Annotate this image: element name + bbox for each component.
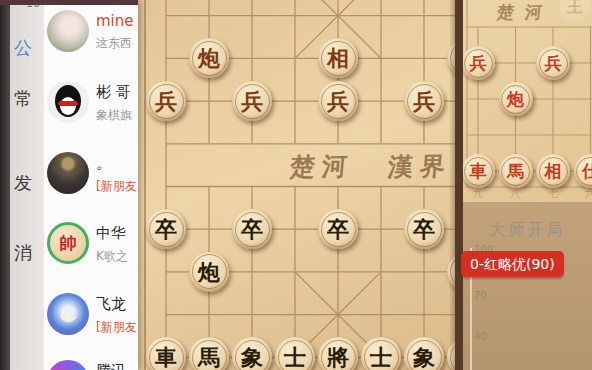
- penguin-scarf: [58, 101, 78, 106]
- window-top-band: [0, 0, 138, 5]
- chat-name: 。: [96, 154, 138, 173]
- piece-char: 仕: [582, 163, 592, 180]
- taiji-avatar: ☯: [47, 293, 89, 335]
- chat-preview: 这东西: [96, 35, 138, 52]
- xiangqi-piece-red[interactable]: 兵: [146, 81, 186, 121]
- xiangqi-piece-black[interactable]: 炮: [189, 252, 229, 292]
- piece-char: 卒: [327, 218, 349, 240]
- nav-tab-chang[interactable]: 常: [14, 87, 32, 111]
- chat-name: 中华: [96, 224, 138, 243]
- river-label-hanjie: 漢界: [387, 149, 454, 183]
- master-opening-panel: 大师开局 100 70 40 0-红略优(90): [463, 202, 592, 370]
- mini-xiangqi-piece-red: 馬: [499, 154, 533, 188]
- eval-badge: 0-红略优(90): [461, 251, 564, 277]
- piece-char: 相: [327, 47, 349, 69]
- chat-name: 腾讯: [96, 362, 138, 370]
- file-number-7: 七: [545, 187, 561, 201]
- xiangqi-piece-black[interactable]: 象: [232, 337, 272, 370]
- panel-divider: [455, 0, 463, 370]
- piece-char: 炮: [198, 261, 220, 283]
- main-xiangqi-board[interactable]: 楚河 漢界 車馬相仕帥仕馬車炮相炮兵兵兵兵兵卒卒卒卒卒炮炮車馬象士將士象馬車: [138, 0, 455, 370]
- xiangqi-shuai-avatar: 帥: [47, 222, 89, 264]
- chat-row-feilong[interactable]: ☯ 飞龙 [新朋友: [44, 285, 138, 349]
- piece-char: 兵: [545, 55, 562, 72]
- window-edge: [0, 0, 10, 370]
- file-number-9: 九: [470, 187, 486, 201]
- dark-anime-avatar: [47, 152, 89, 194]
- piece-char: 炮: [507, 91, 524, 108]
- piece-char: 卒: [413, 218, 435, 240]
- qq-chat-sidebar: 公 常 发 消 10 mine 这东西 彬 哥 象棋旗: [0, 0, 138, 370]
- mini-xiangqi-piece-red: 炮: [499, 82, 533, 116]
- chat-preview: 象棋旗: [96, 107, 138, 124]
- shuai-char: 帥: [60, 232, 77, 255]
- chat-preview: [新朋友: [96, 319, 138, 336]
- piece-char: 象: [413, 346, 435, 368]
- piece-char: 相: [545, 163, 562, 180]
- xiangqi-piece-black[interactable]: 馬: [189, 337, 229, 370]
- xiangqi-piece-black[interactable]: 卒: [232, 209, 272, 249]
- chat-name: 飞龙: [96, 295, 138, 314]
- chat-preview: K歌之: [96, 248, 138, 265]
- mini-xiangqi-piece-red: 相: [536, 154, 570, 188]
- axis-tick-70: 70: [474, 290, 487, 301]
- nav-tab-gong[interactable]: 公: [14, 36, 32, 60]
- xiangqi-piece-red[interactable]: 兵: [318, 81, 358, 121]
- main-board-grid: [138, 0, 455, 370]
- chat-row-dot[interactable]: 。 [新朋友: [44, 144, 138, 208]
- river-label-chuhe: 楚河: [289, 149, 356, 183]
- xiangqi-piece-red[interactable]: 兵: [404, 81, 444, 121]
- mini-river-label: 楚河: [496, 1, 554, 24]
- piece-char: 兵: [327, 90, 349, 112]
- piece-char: 象: [241, 346, 263, 368]
- piece-char: 兵: [413, 90, 435, 112]
- file-number-6: 六: [582, 187, 592, 201]
- piece-char: 士: [370, 346, 392, 368]
- piece-char: 將: [327, 346, 349, 368]
- xiangqi-piece-red[interactable]: 兵: [232, 81, 272, 121]
- yinyang-icon: ☯: [58, 302, 78, 327]
- file-number-8: 八: [507, 187, 523, 201]
- xiangqi-piece-black[interactable]: 將: [318, 337, 358, 370]
- chat-row-tengxun[interactable]: 腾讯: [44, 352, 138, 370]
- mini-xiangqi-piece-red: 兵: [536, 46, 570, 80]
- xiangqi-piece-black[interactable]: 炮: [447, 252, 455, 292]
- nav-tab-fa[interactable]: 发: [14, 171, 32, 195]
- penguin-belly: [60, 97, 76, 115]
- xiangqi-piece-black[interactable]: 士: [361, 337, 401, 370]
- chat-row-zhonghua[interactable]: 帥 中华 K歌之: [44, 214, 138, 278]
- mini-xiangqi-board: 楚河 王 九 八 七 六 車馬相仕炮兵兵: [463, 0, 592, 202]
- chat-name: mine: [96, 12, 138, 30]
- swirl-logo-avatar: [47, 360, 89, 370]
- xiangqi-piece-black[interactable]: 卒: [404, 209, 444, 249]
- xiangqi-piece-black[interactable]: 象: [404, 337, 444, 370]
- panel-title: 大师开局: [463, 220, 592, 241]
- xiangqi-piece-black[interactable]: 士: [275, 337, 315, 370]
- xiangqi-piece-red[interactable]: 炮: [447, 38, 455, 78]
- piece-char: 車: [470, 163, 487, 180]
- chat-row-binge[interactable]: 彬 哥 象棋旗: [44, 73, 138, 137]
- axis-tick-40: 40: [474, 331, 487, 342]
- piece-char: 卒: [241, 218, 263, 240]
- piece-char: 馬: [507, 163, 524, 180]
- xiangqi-piece-black[interactable]: 馬: [447, 337, 455, 370]
- xiangqi-piece-black[interactable]: 車: [146, 337, 186, 370]
- piece-char: 兵: [241, 90, 263, 112]
- qq-penguin-avatar: [47, 81, 89, 123]
- piece-char: 士: [284, 346, 306, 368]
- faded-piece-char: 王: [567, 0, 583, 18]
- piece-char: 車: [155, 346, 177, 368]
- sidebar-nav-strip: 公 常 发 消: [10, 0, 44, 370]
- nav-tab-xiao[interactable]: 消: [14, 241, 32, 265]
- piece-char: 卒: [155, 218, 177, 240]
- anime-girl-avatar: [47, 10, 89, 52]
- piece-char: 兵: [155, 90, 177, 112]
- xiangqi-piece-black[interactable]: 卒: [146, 209, 186, 249]
- chat-preview: [新朋友: [96, 178, 138, 195]
- xiangqi-piece-black[interactable]: 卒: [318, 209, 358, 249]
- analysis-side-panel: 楚河 王 九 八 七 六 車馬相仕炮兵兵 大师开局 100 70 40 0-红略…: [463, 0, 592, 370]
- chat-name: 彬 哥: [96, 83, 138, 102]
- piece-char: 炮: [198, 47, 220, 69]
- chat-row-mine[interactable]: mine 这东西: [44, 2, 138, 66]
- piece-char: 馬: [198, 346, 220, 368]
- xiangqi-app-screen: 楚河 漢界 車馬相仕帥仕馬車炮相炮兵兵兵兵兵卒卒卒卒卒炮炮車馬象士將士象馬車 楚…: [0, 0, 592, 370]
- piece-char: 兵: [470, 55, 487, 72]
